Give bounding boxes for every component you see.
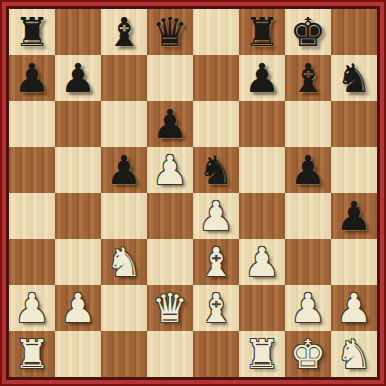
- square-b8[interactable]: [55, 9, 101, 55]
- square-g8[interactable]: ♚: [285, 9, 331, 55]
- chess-board: ♜♝♛♜♚♟♟♟♝♞♟♟♟♞♟♟♟♞♝♟♟♟♛♝♟♟♜♜♚♞: [6, 6, 380, 380]
- piece-black-pawn[interactable]: ♟: [14, 55, 50, 101]
- square-e3[interactable]: ♝: [193, 239, 239, 285]
- piece-white-knight[interactable]: ♞: [106, 239, 142, 285]
- piece-black-rook[interactable]: ♜: [14, 9, 50, 55]
- square-b5[interactable]: [55, 147, 101, 193]
- square-e6[interactable]: [193, 101, 239, 147]
- piece-black-pawn[interactable]: ♟: [290, 147, 326, 193]
- piece-black-rook[interactable]: ♜: [244, 9, 280, 55]
- square-b2[interactable]: ♟: [55, 285, 101, 331]
- square-g7[interactable]: ♝: [285, 55, 331, 101]
- square-h7[interactable]: ♞: [331, 55, 377, 101]
- square-d3[interactable]: [147, 239, 193, 285]
- square-b4[interactable]: [55, 193, 101, 239]
- piece-white-bishop[interactable]: ♝: [198, 285, 234, 331]
- square-c8[interactable]: ♝: [101, 9, 147, 55]
- square-h6[interactable]: [331, 101, 377, 147]
- square-f4[interactable]: [239, 193, 285, 239]
- piece-white-pawn[interactable]: ♟: [152, 147, 188, 193]
- square-b6[interactable]: [55, 101, 101, 147]
- piece-black-knight[interactable]: ♞: [336, 55, 372, 101]
- piece-white-rook[interactable]: ♜: [244, 331, 280, 377]
- square-f2[interactable]: [239, 285, 285, 331]
- piece-black-pawn[interactable]: ♟: [60, 55, 96, 101]
- square-c7[interactable]: [101, 55, 147, 101]
- piece-white-pawn[interactable]: ♟: [14, 285, 50, 331]
- square-f7[interactable]: ♟: [239, 55, 285, 101]
- square-g1[interactable]: ♚: [285, 331, 331, 377]
- square-a6[interactable]: [9, 101, 55, 147]
- square-f6[interactable]: [239, 101, 285, 147]
- piece-white-queen[interactable]: ♛: [152, 285, 188, 331]
- square-h2[interactable]: ♟: [331, 285, 377, 331]
- square-e5[interactable]: ♞: [193, 147, 239, 193]
- square-d8[interactable]: ♛: [147, 9, 193, 55]
- square-h8[interactable]: [331, 9, 377, 55]
- square-e2[interactable]: ♝: [193, 285, 239, 331]
- square-e1[interactable]: [193, 331, 239, 377]
- square-g4[interactable]: [285, 193, 331, 239]
- square-c6[interactable]: [101, 101, 147, 147]
- square-a1[interactable]: ♜: [9, 331, 55, 377]
- square-g2[interactable]: ♟: [285, 285, 331, 331]
- square-g5[interactable]: ♟: [285, 147, 331, 193]
- square-h1[interactable]: ♞: [331, 331, 377, 377]
- square-a8[interactable]: ♜: [9, 9, 55, 55]
- square-f5[interactable]: [239, 147, 285, 193]
- piece-black-king[interactable]: ♚: [290, 9, 326, 55]
- piece-white-rook[interactable]: ♜: [14, 331, 50, 377]
- piece-black-pawn[interactable]: ♟: [244, 55, 280, 101]
- piece-black-knight[interactable]: ♞: [198, 147, 234, 193]
- square-f8[interactable]: ♜: [239, 9, 285, 55]
- square-g3[interactable]: [285, 239, 331, 285]
- square-d7[interactable]: [147, 55, 193, 101]
- piece-white-knight[interactable]: ♞: [336, 331, 372, 377]
- square-d4[interactable]: [147, 193, 193, 239]
- board-frame: ♜♝♛♜♚♟♟♟♝♞♟♟♟♞♟♟♟♞♝♟♟♟♛♝♟♟♜♜♚♞: [0, 0, 386, 386]
- square-f1[interactable]: ♜: [239, 331, 285, 377]
- square-e7[interactable]: [193, 55, 239, 101]
- square-c5[interactable]: ♟: [101, 147, 147, 193]
- piece-white-pawn[interactable]: ♟: [60, 285, 96, 331]
- square-a5[interactable]: [9, 147, 55, 193]
- piece-black-pawn[interactable]: ♟: [106, 147, 142, 193]
- piece-black-pawn[interactable]: ♟: [152, 101, 188, 147]
- square-b7[interactable]: ♟: [55, 55, 101, 101]
- piece-white-pawn[interactable]: ♟: [198, 193, 234, 239]
- square-h4[interactable]: ♟: [331, 193, 377, 239]
- square-a4[interactable]: [9, 193, 55, 239]
- square-b3[interactable]: [55, 239, 101, 285]
- square-a3[interactable]: [9, 239, 55, 285]
- piece-black-queen[interactable]: ♛: [152, 9, 188, 55]
- square-e4[interactable]: ♟: [193, 193, 239, 239]
- square-e8[interactable]: [193, 9, 239, 55]
- piece-black-bishop[interactable]: ♝: [290, 55, 326, 101]
- square-h5[interactable]: [331, 147, 377, 193]
- piece-black-pawn[interactable]: ♟: [336, 193, 372, 239]
- square-a7[interactable]: ♟: [9, 55, 55, 101]
- piece-white-bishop[interactable]: ♝: [198, 239, 234, 285]
- square-c3[interactable]: ♞: [101, 239, 147, 285]
- square-d2[interactable]: ♛: [147, 285, 193, 331]
- square-d1[interactable]: [147, 331, 193, 377]
- piece-white-pawn[interactable]: ♟: [244, 239, 280, 285]
- piece-white-pawn[interactable]: ♟: [336, 285, 372, 331]
- square-f3[interactable]: ♟: [239, 239, 285, 285]
- square-d5[interactable]: ♟: [147, 147, 193, 193]
- piece-white-king[interactable]: ♚: [290, 331, 326, 377]
- piece-black-bishop[interactable]: ♝: [106, 9, 142, 55]
- square-b1[interactable]: [55, 331, 101, 377]
- square-c1[interactable]: [101, 331, 147, 377]
- square-a2[interactable]: ♟: [9, 285, 55, 331]
- square-h3[interactable]: [331, 239, 377, 285]
- square-d6[interactable]: ♟: [147, 101, 193, 147]
- square-g6[interactable]: [285, 101, 331, 147]
- piece-white-pawn[interactable]: ♟: [290, 285, 326, 331]
- square-c4[interactable]: [101, 193, 147, 239]
- square-c2[interactable]: [101, 285, 147, 331]
